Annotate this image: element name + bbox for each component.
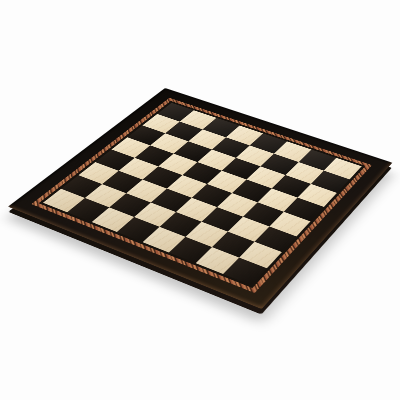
- decorative-inlay-trim: [31, 98, 372, 293]
- board-squares-field: [43, 103, 362, 285]
- board-frame: [8, 88, 393, 309]
- inner-border-line: [39, 101, 366, 288]
- photo-background: [0, 0, 400, 400]
- chess-board: [8, 88, 393, 309]
- camera-roll-wrapper: [0, 0, 400, 400]
